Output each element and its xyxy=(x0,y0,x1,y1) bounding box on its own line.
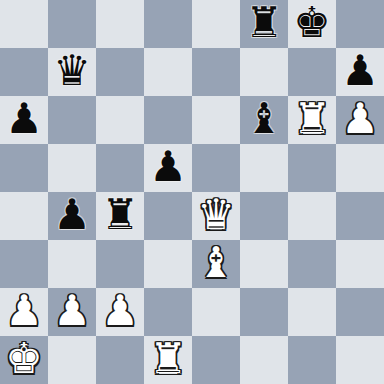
square-f4[interactable] xyxy=(240,192,288,240)
piece-white-rook[interactable]: ♜ xyxy=(293,95,331,143)
square-a3[interactable] xyxy=(0,240,48,288)
square-c5[interactable] xyxy=(96,144,144,192)
square-e2[interactable] xyxy=(192,288,240,336)
piece-white-pawn[interactable]: ♟ xyxy=(101,287,139,335)
square-c6[interactable] xyxy=(96,96,144,144)
square-d2[interactable] xyxy=(144,288,192,336)
square-h1[interactable] xyxy=(336,336,384,384)
square-b5[interactable] xyxy=(48,144,96,192)
square-g1[interactable] xyxy=(288,336,336,384)
square-h5[interactable] xyxy=(336,144,384,192)
square-b3[interactable] xyxy=(48,240,96,288)
square-a1[interactable]: ♚ xyxy=(0,336,48,384)
square-c4[interactable]: ♜ xyxy=(96,192,144,240)
square-c8[interactable] xyxy=(96,0,144,48)
piece-black-queen[interactable]: ♛ xyxy=(53,47,91,95)
square-a7[interactable] xyxy=(0,48,48,96)
piece-white-queen[interactable]: ♛ xyxy=(197,191,235,239)
square-d8[interactable] xyxy=(144,0,192,48)
square-d5[interactable]: ♟ xyxy=(144,144,192,192)
square-e3[interactable]: ♝ xyxy=(192,240,240,288)
square-b6[interactable] xyxy=(48,96,96,144)
piece-black-pawn[interactable]: ♟ xyxy=(341,47,379,95)
square-f5[interactable] xyxy=(240,144,288,192)
square-c7[interactable] xyxy=(96,48,144,96)
piece-black-rook[interactable]: ♜ xyxy=(245,0,283,47)
square-d7[interactable] xyxy=(144,48,192,96)
square-e4[interactable]: ♛ xyxy=(192,192,240,240)
piece-white-pawn[interactable]: ♟ xyxy=(341,95,379,143)
square-f8[interactable]: ♜ xyxy=(240,0,288,48)
square-e7[interactable] xyxy=(192,48,240,96)
square-g5[interactable] xyxy=(288,144,336,192)
square-e5[interactable] xyxy=(192,144,240,192)
piece-white-king[interactable]: ♚ xyxy=(5,335,43,383)
square-h4[interactable] xyxy=(336,192,384,240)
square-h6[interactable]: ♟ xyxy=(336,96,384,144)
square-d6[interactable] xyxy=(144,96,192,144)
square-g7[interactable] xyxy=(288,48,336,96)
square-e1[interactable] xyxy=(192,336,240,384)
square-e6[interactable] xyxy=(192,96,240,144)
square-d4[interactable] xyxy=(144,192,192,240)
square-f1[interactable] xyxy=(240,336,288,384)
square-g6[interactable]: ♜ xyxy=(288,96,336,144)
square-b8[interactable] xyxy=(48,0,96,48)
piece-black-rook[interactable]: ♜ xyxy=(101,191,139,239)
square-h7[interactable]: ♟ xyxy=(336,48,384,96)
square-b4[interactable]: ♟ xyxy=(48,192,96,240)
piece-black-pawn[interactable]: ♟ xyxy=(149,143,187,191)
square-a4[interactable] xyxy=(0,192,48,240)
square-g8[interactable]: ♚ xyxy=(288,0,336,48)
piece-white-pawn[interactable]: ♟ xyxy=(5,287,43,335)
square-f7[interactable] xyxy=(240,48,288,96)
square-g3[interactable] xyxy=(288,240,336,288)
square-f2[interactable] xyxy=(240,288,288,336)
square-a2[interactable]: ♟ xyxy=(0,288,48,336)
piece-white-rook[interactable]: ♜ xyxy=(149,335,187,383)
square-h3[interactable] xyxy=(336,240,384,288)
square-c3[interactable] xyxy=(96,240,144,288)
chess-board: ♜♚♛♟♟♝♜♟♟♟♜♛♝♟♟♟♚♜ xyxy=(0,0,384,384)
square-b2[interactable]: ♟ xyxy=(48,288,96,336)
square-a8[interactable] xyxy=(0,0,48,48)
square-b7[interactable]: ♛ xyxy=(48,48,96,96)
square-e8[interactable] xyxy=(192,0,240,48)
piece-black-pawn[interactable]: ♟ xyxy=(53,191,91,239)
square-d3[interactable] xyxy=(144,240,192,288)
square-d1[interactable]: ♜ xyxy=(144,336,192,384)
square-a5[interactable] xyxy=(0,144,48,192)
square-f6[interactable]: ♝ xyxy=(240,96,288,144)
square-f3[interactable] xyxy=(240,240,288,288)
piece-black-pawn[interactable]: ♟ xyxy=(5,95,43,143)
square-c2[interactable]: ♟ xyxy=(96,288,144,336)
square-g4[interactable] xyxy=(288,192,336,240)
square-h8[interactable] xyxy=(336,0,384,48)
piece-black-king[interactable]: ♚ xyxy=(293,0,331,47)
square-b1[interactable] xyxy=(48,336,96,384)
piece-white-pawn[interactable]: ♟ xyxy=(53,287,91,335)
square-h2[interactable] xyxy=(336,288,384,336)
piece-black-bishop[interactable]: ♝ xyxy=(245,95,283,143)
square-a6[interactable]: ♟ xyxy=(0,96,48,144)
square-g2[interactable] xyxy=(288,288,336,336)
piece-white-bishop[interactable]: ♝ xyxy=(197,239,235,287)
square-c1[interactable] xyxy=(96,336,144,384)
